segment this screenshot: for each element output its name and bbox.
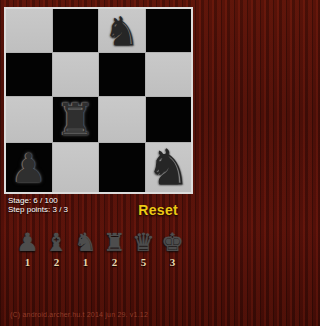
board-square-r1c2[interactable] [99, 53, 145, 96]
copyright-text: (C) android.archer.hu.t 2014 jun 29. v1.… [10, 310, 148, 319]
board-square-r3c1[interactable] [53, 143, 99, 192]
pawn-icon: ♟ [16, 230, 38, 256]
tray-item-queen[interactable]: ♛ 5 [132, 230, 156, 268]
board-square-r2c2[interactable] [99, 97, 145, 142]
rook-count: 2 [112, 256, 118, 268]
rook-icon: ♜ [103, 230, 125, 256]
black-pawn[interactable]: ♟ [11, 148, 47, 188]
tray-item-pawn[interactable]: ♟ 1 [16, 230, 40, 268]
black-knight[interactable]: ♞ [104, 11, 140, 51]
tray-item-rook[interactable]: ♜ 2 [103, 230, 127, 268]
board-square-r0c1[interactable] [53, 9, 99, 52]
chess-board: ♞♜♟♞ [4, 7, 193, 194]
tray-item-king[interactable]: ♚ 3 [161, 230, 185, 268]
knight-count: 1 [83, 256, 89, 268]
pawn-count: 1 [25, 256, 31, 268]
knight-icon: ♞ [74, 230, 96, 256]
board-square-r0c3[interactable] [146, 9, 192, 52]
reset-button[interactable]: Reset [138, 202, 178, 218]
step-points-label: Step points: 3 / 3 [8, 205, 68, 214]
king-icon: ♚ [161, 230, 183, 256]
queen-count: 5 [141, 256, 147, 268]
hud-status: Stage: 6 / 100 Step points: 3 / 3 [8, 196, 68, 214]
board-square-r2c0[interactable] [6, 97, 52, 142]
bishop-count: 2 [54, 256, 60, 268]
stage-label: Stage: 6 / 100 [8, 196, 68, 205]
board-square-r1c1[interactable] [53, 53, 99, 96]
tray-item-bishop[interactable]: ♝ 2 [45, 230, 69, 268]
board-square-r0c2[interactable]: ♞ [99, 9, 145, 52]
board-square-r0c0[interactable] [6, 9, 52, 52]
piece-tray: ♟ 1 ♝ 2 ♞ 1 ♜ 2 ♛ 5 ♚ 3 [0, 230, 200, 268]
king-count: 3 [170, 256, 176, 268]
tray-item-knight[interactable]: ♞ 1 [74, 230, 98, 268]
board-square-r1c0[interactable] [6, 53, 52, 96]
board-square-r3c3[interactable]: ♞ [146, 143, 192, 192]
queen-icon: ♛ [132, 230, 154, 256]
black-knight[interactable]: ♞ [146, 143, 190, 192]
bishop-icon: ♝ [45, 230, 67, 256]
board-square-r2c3[interactable] [146, 97, 192, 142]
board-square-r3c2[interactable] [99, 143, 145, 192]
black-rook[interactable]: ♜ [55, 97, 95, 142]
board-square-r1c3[interactable] [146, 53, 192, 96]
board-square-r2c1[interactable]: ♜ [53, 97, 99, 142]
board-square-r3c0[interactable]: ♟ [6, 143, 52, 192]
